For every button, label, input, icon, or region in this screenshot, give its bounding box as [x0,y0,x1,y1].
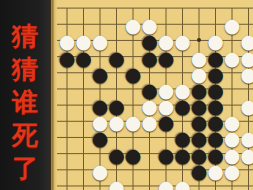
intersection-c3-r5[interactable]: ● [92,65,109,81]
intersection-c8-r12[interactable]: ● [174,178,191,190]
intersection-c5-r8[interactable]: ● [125,113,142,129]
intersection-c6-r12[interactable] [141,178,158,190]
intersection-c5-r10[interactable]: ● [125,146,142,162]
intersection-c7-r12[interactable]: ● [158,178,175,190]
intersection-c8-r1[interactable] [174,0,191,16]
intersection-c12-r11[interactable] [240,162,253,178]
intersection-c1-r9[interactable] [59,129,76,145]
intersection-c10-r11[interactable]: ● [207,162,224,178]
intersection-c10-r1[interactable] [207,0,224,16]
intersection-c3-r3[interactable]: ● [92,32,109,48]
intersection-c4-r5[interactable] [108,65,125,81]
intersection-c12-r12[interactable] [240,178,253,190]
white-stone: ● [174,178,191,190]
intersection-c1-r4[interactable]: ● [59,49,76,65]
white-stone: ● [108,114,125,130]
intersection-c11-r6[interactable] [224,81,241,97]
white-stone: ● [240,98,253,114]
intersection-c7-r1[interactable] [158,0,175,16]
white-stone: ● [207,162,224,178]
intersection-c1-r12[interactable] [59,178,76,190]
intersection-c1-r6[interactable] [59,81,76,97]
intersection-c1-r8[interactable] [59,113,76,129]
intersection-c8-r7[interactable]: ● [174,97,191,113]
intersection-c9-r12[interactable] [191,178,208,190]
black-stone: ● [191,162,208,178]
intersection-c2-r8[interactable] [75,113,92,129]
board-grid[interactable]: ●●●●●●●●●●●●●●●●●●●●●●●●●●●●●●●●●●●●●●●●… [51,0,253,190]
thumbnail-stage: 猜猜谁死了 ●●●●●●●●●●●●●●●●●●●●●●●●●●●●●●●●●●… [0,0,253,190]
intersection-c2-r11[interactable] [75,162,92,178]
intersection-c4-r4[interactable]: ● [108,49,125,65]
caption-char: 谁 [12,88,38,116]
intersection-c5-r12[interactable] [125,178,142,190]
intersection-c9-r1[interactable] [191,0,208,16]
black-stone: ● [59,49,76,65]
intersection-c6-r11[interactable] [141,162,158,178]
go-board[interactable]: ●●●●●●●●●●●●●●●●●●●●●●●●●●●●●●●●●●●●●●●●… [50,0,253,190]
black-stone: ● [125,65,142,81]
intersection-c8-r4[interactable] [174,49,191,65]
intersection-c11-r5[interactable] [224,65,241,81]
white-stone: ● [224,17,241,33]
intersection-c2-r4[interactable]: ● [75,49,92,65]
intersection-c11-r11[interactable]: ● [224,162,241,178]
intersection-c4-r1[interactable] [108,0,125,16]
intersection-c5-r5[interactable]: ● [125,65,142,81]
white-stone: ● [125,17,142,33]
black-stone: ● [108,146,125,162]
black-stone: ● [174,98,191,114]
intersection-c3-r9[interactable]: ● [92,129,109,145]
black-stone: ● [158,114,175,130]
intersection-c3-r12[interactable] [92,178,109,190]
intersection-c4-r12[interactable]: ● [108,178,125,190]
intersection-c11-r4[interactable]: ● [224,49,241,65]
intersection-c9-r2[interactable] [191,16,208,32]
intersection-c10-r12[interactable] [207,178,224,190]
star-point-icon [197,38,201,42]
caption-char: 猜 [12,55,38,83]
intersection-c6-r10[interactable] [141,146,158,162]
black-stone: ● [158,49,175,65]
intersection-c4-r10[interactable]: ● [108,146,125,162]
intersection-c6-r4[interactable]: ● [141,49,158,65]
intersection-c5-r11[interactable] [125,162,142,178]
intersection-c2-r9[interactable] [75,129,92,145]
intersection-c7-r8[interactable]: ● [158,113,175,129]
black-stone: ● [141,49,158,65]
intersection-c2-r1[interactable] [75,0,92,16]
intersection-c6-r9[interactable] [141,129,158,145]
black-stone: ● [92,65,109,81]
intersection-c4-r8[interactable]: ● [108,113,125,129]
intersection-c3-r11[interactable]: ● [92,162,109,178]
intersection-c8-r10[interactable]: ● [174,146,191,162]
black-stone: ● [108,49,125,65]
intersection-c2-r6[interactable] [75,81,92,97]
white-stone: ● [92,33,109,49]
black-stone: ● [174,146,191,162]
caption-char: 猜 [12,22,38,50]
white-stone: ● [141,114,158,130]
intersection-c5-r6[interactable] [125,81,142,97]
intersection-c4-r2[interactable] [108,16,125,32]
intersection-c12-r10[interactable]: ● [240,146,253,162]
intersection-c7-r4[interactable]: ● [158,49,175,65]
white-stone: ● [158,178,175,190]
intersection-c5-r2[interactable]: ● [125,16,142,32]
caption-panel: 猜猜谁死了 [0,0,50,190]
intersection-c12-r7[interactable]: ● [240,97,253,113]
intersection-c3-r1[interactable] [92,0,109,16]
intersection-c1-r1[interactable] [59,0,76,16]
intersection-c5-r3[interactable] [125,32,142,48]
intersection-c12-r5[interactable]: ● [240,65,253,81]
intersection-c2-r7[interactable] [75,97,92,113]
white-stone: ● [92,162,109,178]
intersection-c2-r12[interactable] [75,178,92,190]
black-stone: ● [75,49,92,65]
white-stone: ● [224,162,241,178]
intersection-c1-r7[interactable] [59,97,76,113]
intersection-c8-r3[interactable]: ● [174,32,191,48]
intersection-c11-r12[interactable] [224,178,241,190]
white-stone: ● [240,65,253,81]
intersection-c1-r10[interactable] [59,146,76,162]
white-stone: ● [125,114,142,130]
caption-char: 了 [12,154,38,182]
white-stone: ● [224,49,241,65]
white-stone: ● [174,33,191,49]
intersection-c11-r2[interactable]: ● [224,16,241,32]
white-stone: ● [108,178,125,190]
intersection-c7-r10[interactable]: ● [158,146,175,162]
black-stone: ● [158,146,175,162]
intersection-c12-r1[interactable] [240,0,253,16]
black-stone: ● [92,130,109,146]
intersection-c2-r5[interactable] [75,65,92,81]
white-stone: ● [240,146,253,162]
intersection-c9-r11[interactable]: ● [191,162,208,178]
intersection-c6-r8[interactable]: ● [141,113,158,129]
black-stone: ● [125,146,142,162]
caption-char: 死 [12,121,38,149]
intersection-c2-r10[interactable] [75,146,92,162]
intersection-c1-r11[interactable] [59,162,76,178]
intersection-c1-r5[interactable] [59,65,76,81]
